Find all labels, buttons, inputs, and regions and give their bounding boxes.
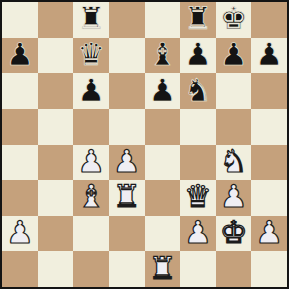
square-b2[interactable]	[38, 216, 74, 252]
square-b1[interactable]	[38, 251, 74, 287]
white-queen[interactable]: ♛	[184, 181, 212, 212]
square-e5[interactable]	[145, 109, 181, 145]
square-g2[interactable]: ♚	[216, 216, 252, 252]
square-f2[interactable]: ♟	[180, 216, 216, 252]
square-h6[interactable]	[251, 73, 287, 109]
square-b6[interactable]	[38, 73, 74, 109]
square-f7[interactable]: ♟	[180, 38, 216, 74]
black-pawn[interactable]: ♟	[6, 39, 34, 70]
white-bishop[interactable]: ♝	[77, 181, 105, 212]
square-g7[interactable]: ♟	[216, 38, 252, 74]
square-c1[interactable]	[73, 251, 109, 287]
square-g6[interactable]	[216, 73, 252, 109]
square-c7[interactable]: ♛	[73, 38, 109, 74]
square-f6[interactable]: ♞	[180, 73, 216, 109]
square-f8[interactable]: ♜	[180, 2, 216, 38]
square-c6[interactable]: ♟	[73, 73, 109, 109]
square-f1[interactable]	[180, 251, 216, 287]
chess-board: ♜♜♚♟♛♝♟♟♟♟♟♞♟♟♞♝♜♛♟♟♟♚♟♜	[0, 0, 289, 289]
white-rook[interactable]: ♜	[113, 181, 141, 212]
white-rook[interactable]: ♜	[148, 253, 176, 284]
square-b8[interactable]	[38, 2, 74, 38]
white-pawn[interactable]: ♟	[6, 217, 34, 248]
square-d3[interactable]: ♜	[109, 180, 145, 216]
square-h1[interactable]	[251, 251, 287, 287]
black-king[interactable]: ♚	[220, 3, 248, 34]
square-d1[interactable]	[109, 251, 145, 287]
square-a4[interactable]	[2, 145, 38, 181]
square-a3[interactable]	[2, 180, 38, 216]
square-e4[interactable]	[145, 145, 181, 181]
square-e3[interactable]	[145, 180, 181, 216]
white-knight[interactable]: ♞	[220, 146, 248, 177]
square-e7[interactable]: ♝	[145, 38, 181, 74]
square-h4[interactable]	[251, 145, 287, 181]
black-pawn[interactable]: ♟	[77, 75, 105, 106]
square-a5[interactable]	[2, 109, 38, 145]
square-h5[interactable]	[251, 109, 287, 145]
black-pawn[interactable]: ♟	[255, 39, 283, 70]
square-d2[interactable]	[109, 216, 145, 252]
white-king[interactable]: ♚	[220, 217, 248, 248]
square-g4[interactable]: ♞	[216, 145, 252, 181]
square-a2[interactable]: ♟	[2, 216, 38, 252]
white-pawn[interactable]: ♟	[77, 146, 105, 177]
square-c3[interactable]: ♝	[73, 180, 109, 216]
square-a7[interactable]: ♟	[2, 38, 38, 74]
square-e1[interactable]: ♜	[145, 251, 181, 287]
square-g3[interactable]: ♟	[216, 180, 252, 216]
square-d7[interactable]	[109, 38, 145, 74]
square-e2[interactable]	[145, 216, 181, 252]
square-e6[interactable]: ♟	[145, 73, 181, 109]
square-e8[interactable]	[145, 2, 181, 38]
black-knight[interactable]: ♞	[184, 75, 212, 106]
black-rook[interactable]: ♜	[184, 3, 212, 34]
square-c2[interactable]	[73, 216, 109, 252]
square-a6[interactable]	[2, 73, 38, 109]
square-h8[interactable]	[251, 2, 287, 38]
square-f3[interactable]: ♛	[180, 180, 216, 216]
white-pawn[interactable]: ♟	[220, 181, 248, 212]
square-d4[interactable]: ♟	[109, 145, 145, 181]
black-pawn[interactable]: ♟	[148, 75, 176, 106]
black-queen[interactable]: ♛	[77, 39, 105, 70]
square-d6[interactable]	[109, 73, 145, 109]
square-b7[interactable]	[38, 38, 74, 74]
square-c8[interactable]: ♜	[73, 2, 109, 38]
black-bishop[interactable]: ♝	[148, 39, 176, 70]
white-pawn[interactable]: ♟	[113, 146, 141, 177]
black-pawn[interactable]: ♟	[184, 39, 212, 70]
square-h3[interactable]	[251, 180, 287, 216]
square-c4[interactable]: ♟	[73, 145, 109, 181]
black-rook[interactable]: ♜	[77, 3, 105, 34]
square-g5[interactable]	[216, 109, 252, 145]
square-a8[interactable]	[2, 2, 38, 38]
square-b3[interactable]	[38, 180, 74, 216]
square-h2[interactable]: ♟	[251, 216, 287, 252]
square-d5[interactable]	[109, 109, 145, 145]
square-g8[interactable]: ♚	[216, 2, 252, 38]
white-pawn[interactable]: ♟	[184, 217, 212, 248]
square-b4[interactable]	[38, 145, 74, 181]
square-f4[interactable]	[180, 145, 216, 181]
square-f5[interactable]	[180, 109, 216, 145]
square-d8[interactable]	[109, 2, 145, 38]
black-pawn[interactable]: ♟	[220, 39, 248, 70]
square-a1[interactable]	[2, 251, 38, 287]
square-g1[interactable]	[216, 251, 252, 287]
square-h7[interactable]: ♟	[251, 38, 287, 74]
white-pawn[interactable]: ♟	[255, 217, 283, 248]
square-b5[interactable]	[38, 109, 74, 145]
square-c5[interactable]	[73, 109, 109, 145]
